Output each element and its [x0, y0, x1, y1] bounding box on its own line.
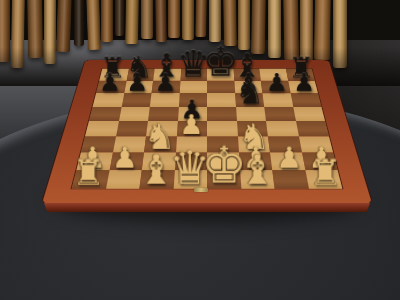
- square-a4: [85, 121, 118, 136]
- square-b8: ♞: [126, 69, 154, 81]
- square-f8: ♝: [233, 69, 261, 81]
- square-d3: [175, 136, 207, 152]
- chess-board-frame: ♜♞♝♛♚♝♜♟♟♟♟♟♟♞♟♟♞♞♟♟♟♟♟♟♜♝♛♚♝♜: [42, 60, 372, 203]
- square-b1: [106, 170, 142, 189]
- square-h1: ♜: [305, 170, 342, 189]
- piece-black-rook-a8: ♜: [100, 53, 125, 81]
- square-f3: ♞: [237, 136, 270, 152]
- square-h6: [290, 93, 321, 106]
- square-a3: [81, 136, 116, 152]
- square-g2: ♟: [270, 153, 305, 170]
- piece-white-pawn-d4: ♟: [180, 111, 204, 138]
- book-spine: [27, 0, 43, 58]
- square-e1: ♚: [207, 170, 241, 189]
- piece-black-knight-b8: ♞: [126, 52, 153, 82]
- square-c2: [142, 153, 176, 170]
- square-e6: [207, 93, 236, 106]
- piece-black-queen-d8: ♛: [177, 45, 210, 82]
- square-h8: ♜: [285, 69, 314, 81]
- square-c5: [148, 107, 178, 121]
- square-b3: [112, 136, 146, 152]
- square-b5: [119, 107, 150, 121]
- square-f6: ♞: [235, 93, 264, 106]
- square-h3: [298, 136, 333, 152]
- square-h7: ♟: [288, 81, 318, 94]
- square-c6: [150, 93, 179, 106]
- square-d8: ♛: [180, 69, 207, 81]
- chess-board-grid: ♜♞♝♛♚♝♜♟♟♟♟♟♟♞♟♟♞♞♟♟♟♟♟♟♜♝♛♚♝♜: [72, 69, 343, 189]
- square-a8: ♜: [99, 69, 128, 81]
- piece-white-knight-f3: ♞: [239, 119, 271, 154]
- book-spine: [44, 0, 56, 64]
- square-b6: [121, 93, 151, 106]
- square-f7: ♟: [234, 81, 263, 94]
- piece-white-knight-c3: ♞: [144, 119, 176, 154]
- square-g1: [272, 170, 308, 189]
- square-b7: ♟: [124, 81, 153, 94]
- piece-white-bishop-f1: ♝: [240, 150, 276, 190]
- piece-white-rook-a1: ♜: [72, 155, 104, 191]
- square-g7: ♟: [261, 81, 290, 94]
- piece-white-bishop-c1: ♝: [138, 150, 174, 190]
- book-spine: [11, 0, 25, 68]
- square-e7: [207, 81, 235, 94]
- square-d7: [179, 81, 207, 94]
- square-a7: ♟: [96, 81, 126, 94]
- square-g8: [259, 69, 287, 81]
- square-e3: [207, 136, 239, 152]
- square-h5: [293, 107, 325, 121]
- board-front-edge: [44, 203, 370, 212]
- piece-black-bishop-f8: ♝: [233, 50, 262, 82]
- square-e4: [207, 121, 237, 136]
- piece-black-bishop-c8: ♝: [152, 50, 181, 82]
- square-b2: ♟: [109, 153, 144, 170]
- book-spine: [0, 0, 10, 62]
- square-e8: ♚: [207, 69, 234, 81]
- square-f4: [237, 121, 268, 136]
- square-h4: [296, 121, 329, 136]
- square-d2: [174, 153, 207, 170]
- square-c8: ♝: [153, 69, 181, 81]
- square-c1: ♝: [139, 170, 174, 189]
- square-a6: [93, 93, 124, 106]
- piece-white-rook-h1: ♜: [310, 155, 342, 191]
- square-g3: [268, 136, 302, 152]
- square-c3: ♞: [144, 136, 177, 152]
- square-d6: [178, 93, 207, 106]
- board-brass-plaque: [194, 188, 208, 192]
- square-c7: ♟: [152, 81, 181, 94]
- square-a5: [89, 107, 121, 121]
- square-f1: ♝: [240, 170, 275, 189]
- square-d5: ♟: [178, 107, 208, 121]
- square-c4: [146, 121, 177, 136]
- square-b4: [116, 121, 148, 136]
- square-e5: [207, 107, 237, 121]
- square-h2: ♟: [302, 153, 338, 170]
- square-a2: ♟: [76, 153, 112, 170]
- square-a1: ♜: [72, 170, 109, 189]
- square-g4: [266, 121, 298, 136]
- board-perspective-wrapper: ♜♞♝♛♚♝♜♟♟♟♟♟♟♞♟♟♞♞♟♟♟♟♟♟♜♝♛♚♝♜: [67, 0, 347, 261]
- square-d4: ♟: [177, 121, 207, 136]
- square-f5: [236, 107, 266, 121]
- square-g5: [264, 107, 295, 121]
- square-d1: ♛: [173, 170, 207, 189]
- square-g6: [262, 93, 292, 106]
- square-e2: ♟: [207, 153, 240, 170]
- square-f2: ♟: [239, 153, 273, 170]
- piece-black-rook-h8: ♜: [289, 53, 314, 81]
